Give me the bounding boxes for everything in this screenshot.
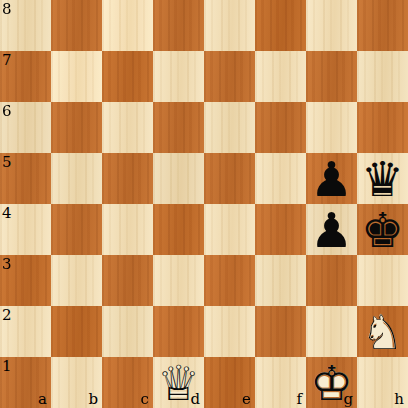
black-king-glyph: ♚ <box>357 204 408 255</box>
rank-label-6: 6 <box>2 104 12 119</box>
square-c2[interactable] <box>102 306 153 357</box>
square-a7[interactable]: 7 <box>0 51 51 102</box>
square-g7[interactable] <box>306 51 357 102</box>
square-d3[interactable] <box>153 255 204 306</box>
square-c1[interactable]: c <box>102 357 153 408</box>
white-knight-outline-glyph: ♘ <box>357 306 408 357</box>
black-queen-h5: ♛ <box>357 153 408 204</box>
square-b1[interactable]: b <box>51 357 102 408</box>
square-f5[interactable] <box>255 153 306 204</box>
square-b3[interactable] <box>51 255 102 306</box>
black-pawn-g5: ♟ <box>306 153 357 204</box>
file-label-c: c <box>141 392 149 407</box>
white-knight-h2: ♞♘ <box>357 306 408 357</box>
file-label-a: a <box>38 392 47 407</box>
rank-label-2: 2 <box>2 308 12 323</box>
white-queen-outline-glyph: ♕ <box>153 357 204 408</box>
rank-label-8: 8 <box>2 2 12 17</box>
file-label-b: b <box>88 392 98 407</box>
square-f1[interactable]: f <box>255 357 306 408</box>
square-e5[interactable] <box>204 153 255 204</box>
square-h6[interactable] <box>357 102 408 153</box>
square-b6[interactable] <box>51 102 102 153</box>
square-e3[interactable] <box>204 255 255 306</box>
square-d1[interactable]: d♛♕ <box>153 357 204 408</box>
black-pawn-glyph: ♟ <box>306 153 357 204</box>
square-a6[interactable]: 6 <box>0 102 51 153</box>
square-a5[interactable]: 5 <box>0 153 51 204</box>
white-king-g1: ♚♔ <box>306 357 357 408</box>
square-e4[interactable] <box>204 204 255 255</box>
square-d7[interactable] <box>153 51 204 102</box>
square-g8[interactable] <box>306 0 357 51</box>
file-label-e: e <box>242 392 251 407</box>
square-a8[interactable]: 8 <box>0 0 51 51</box>
square-h1[interactable]: h <box>357 357 408 408</box>
rank-label-4: 4 <box>2 206 12 221</box>
square-d4[interactable] <box>153 204 204 255</box>
square-f3[interactable] <box>255 255 306 306</box>
square-f6[interactable] <box>255 102 306 153</box>
square-e6[interactable] <box>204 102 255 153</box>
rank-label-1: 1 <box>2 359 12 374</box>
black-queen-glyph: ♛ <box>357 153 408 204</box>
file-label-h: h <box>394 392 404 407</box>
square-h4[interactable]: ♚ <box>357 204 408 255</box>
square-d2[interactable] <box>153 306 204 357</box>
square-f4[interactable] <box>255 204 306 255</box>
square-f7[interactable] <box>255 51 306 102</box>
square-e7[interactable] <box>204 51 255 102</box>
square-h3[interactable] <box>357 255 408 306</box>
white-king-outline-glyph: ♔ <box>306 357 357 408</box>
square-b5[interactable] <box>51 153 102 204</box>
square-a1[interactable]: 1a <box>0 357 51 408</box>
square-b2[interactable] <box>51 306 102 357</box>
square-b8[interactable] <box>51 0 102 51</box>
square-a4[interactable]: 4 <box>0 204 51 255</box>
square-d5[interactable] <box>153 153 204 204</box>
square-g5[interactable]: ♟ <box>306 153 357 204</box>
square-d8[interactable] <box>153 0 204 51</box>
square-g2[interactable] <box>306 306 357 357</box>
square-c5[interactable] <box>102 153 153 204</box>
chessboard: 8765♟♛4♟♚32♞♘1abcd♛♕efg♚♔h <box>0 0 408 408</box>
square-c7[interactable] <box>102 51 153 102</box>
square-b4[interactable] <box>51 204 102 255</box>
square-h2[interactable]: ♞♘ <box>357 306 408 357</box>
square-g3[interactable] <box>306 255 357 306</box>
square-g4[interactable]: ♟ <box>306 204 357 255</box>
rank-label-5: 5 <box>2 155 12 170</box>
black-king-h4: ♚ <box>357 204 408 255</box>
black-pawn-glyph: ♟ <box>306 204 357 255</box>
square-a2[interactable]: 2 <box>0 306 51 357</box>
square-f2[interactable] <box>255 306 306 357</box>
square-g6[interactable] <box>306 102 357 153</box>
square-e8[interactable] <box>204 0 255 51</box>
square-c6[interactable] <box>102 102 153 153</box>
square-h7[interactable] <box>357 51 408 102</box>
square-c4[interactable] <box>102 204 153 255</box>
square-f8[interactable] <box>255 0 306 51</box>
square-h5[interactable]: ♛ <box>357 153 408 204</box>
rank-label-7: 7 <box>2 53 12 68</box>
square-a3[interactable]: 3 <box>0 255 51 306</box>
white-queen-d1: ♛♕ <box>153 357 204 408</box>
rank-label-3: 3 <box>2 257 12 272</box>
square-e1[interactable]: e <box>204 357 255 408</box>
square-b7[interactable] <box>51 51 102 102</box>
square-h8[interactable] <box>357 0 408 51</box>
square-g1[interactable]: g♚♔ <box>306 357 357 408</box>
square-c3[interactable] <box>102 255 153 306</box>
square-c8[interactable] <box>102 0 153 51</box>
square-e2[interactable] <box>204 306 255 357</box>
file-label-f: f <box>296 392 302 407</box>
black-pawn-g4: ♟ <box>306 204 357 255</box>
square-d6[interactable] <box>153 102 204 153</box>
